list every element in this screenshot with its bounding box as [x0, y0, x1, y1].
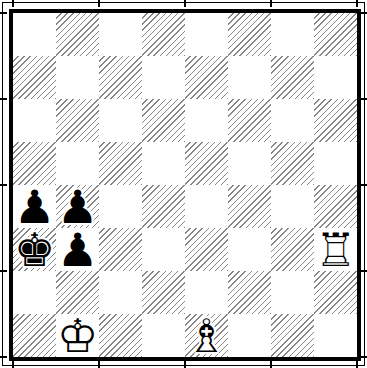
square-e4[interactable]: [185, 185, 228, 228]
frame-tick: [12, 361, 14, 368]
square-d6[interactable]: [142, 99, 185, 142]
square-d5[interactable]: [142, 142, 185, 185]
square-g7[interactable]: [271, 56, 314, 99]
square-g5[interactable]: [271, 142, 314, 185]
square-f1[interactable]: [228, 314, 271, 357]
square-a5[interactable]: [13, 142, 56, 185]
frame-tick: [356, 361, 358, 368]
frame-tick: [0, 12, 7, 14]
square-e7[interactable]: [185, 56, 228, 99]
frame-tick: [270, 0, 272, 7]
square-c6[interactable]: [99, 99, 142, 142]
piece-black-pawn: ♟: [56, 185, 99, 228]
frame-tick: [184, 361, 186, 368]
frame-tick: [98, 361, 100, 368]
square-h1[interactable]: [314, 314, 357, 357]
square-f3[interactable]: [228, 228, 271, 271]
square-b4[interactable]: ♟: [56, 185, 99, 228]
square-g3[interactable]: [271, 228, 314, 271]
frame-tick: [98, 0, 100, 7]
square-e5[interactable]: [185, 142, 228, 185]
square-b7[interactable]: [56, 56, 99, 99]
square-c1[interactable]: [99, 314, 142, 357]
piece-white-king: ♔: [56, 314, 99, 357]
frame-tick: [184, 0, 186, 7]
square-a8[interactable]: [13, 13, 56, 56]
square-g2[interactable]: [271, 271, 314, 314]
chess-board: ♟♟♚♟♖♔♝♗: [13, 13, 357, 357]
square-f4[interactable]: [228, 185, 271, 228]
frame-tick: [360, 356, 367, 358]
square-c3[interactable]: [99, 228, 142, 271]
square-b8[interactable]: [56, 13, 99, 56]
square-e3[interactable]: [185, 228, 228, 271]
square-d7[interactable]: [142, 56, 185, 99]
square-b5[interactable]: [56, 142, 99, 185]
square-e2[interactable]: [185, 271, 228, 314]
piece-white-bishop: ♗: [185, 314, 228, 357]
square-f5[interactable]: [228, 142, 271, 185]
frame-tick: [12, 0, 14, 7]
square-h3[interactable]: ♖: [314, 228, 357, 271]
frame-tick: [356, 0, 358, 7]
square-e1[interactable]: ♝♗: [185, 314, 228, 357]
square-d8[interactable]: [142, 13, 185, 56]
frame-tick: [0, 184, 7, 186]
square-c7[interactable]: [99, 56, 142, 99]
square-e8[interactable]: [185, 13, 228, 56]
square-b3[interactable]: ♟: [56, 228, 99, 271]
square-h4[interactable]: [314, 185, 357, 228]
square-a2[interactable]: [13, 271, 56, 314]
frame-tick: [360, 184, 367, 186]
square-g1[interactable]: [271, 314, 314, 357]
square-a6[interactable]: [13, 99, 56, 142]
square-a3[interactable]: ♚: [13, 228, 56, 271]
piece-black-pawn: ♟: [13, 185, 56, 228]
square-c4[interactable]: [99, 185, 142, 228]
square-f6[interactable]: [228, 99, 271, 142]
square-f7[interactable]: [228, 56, 271, 99]
square-h6[interactable]: [314, 99, 357, 142]
frame-tick: [360, 12, 367, 14]
square-g4[interactable]: [271, 185, 314, 228]
chess-diagram: ♟♟♚♟♖♔♝♗: [0, 0, 367, 368]
frame-tick: [0, 356, 7, 358]
square-a1[interactable]: [13, 314, 56, 357]
square-b2[interactable]: [56, 271, 99, 314]
square-c2[interactable]: [99, 271, 142, 314]
square-b6[interactable]: [56, 99, 99, 142]
square-a4[interactable]: ♟: [13, 185, 56, 228]
square-e6[interactable]: [185, 99, 228, 142]
piece-fill-white-bishop: ♝: [185, 314, 228, 357]
frame-tick: [0, 98, 7, 100]
frame-tick: [270, 361, 272, 368]
square-g8[interactable]: [271, 13, 314, 56]
square-h2[interactable]: [314, 271, 357, 314]
square-d4[interactable]: [142, 185, 185, 228]
square-c8[interactable]: [99, 13, 142, 56]
frame-tick: [360, 98, 367, 100]
frame-tick: [0, 270, 7, 272]
piece-black-king: ♚: [13, 228, 56, 271]
square-h8[interactable]: [314, 13, 357, 56]
square-h7[interactable]: [314, 56, 357, 99]
frame-tick: [360, 270, 367, 272]
square-a7[interactable]: [13, 56, 56, 99]
square-b1[interactable]: ♔: [56, 314, 99, 357]
square-f8[interactable]: [228, 13, 271, 56]
square-h5[interactable]: [314, 142, 357, 185]
square-f2[interactable]: [228, 271, 271, 314]
square-d1[interactable]: [142, 314, 185, 357]
square-d3[interactable]: [142, 228, 185, 271]
piece-white-rook: ♖: [314, 228, 357, 271]
square-c5[interactable]: [99, 142, 142, 185]
square-d2[interactable]: [142, 271, 185, 314]
square-g6[interactable]: [271, 99, 314, 142]
piece-black-pawn: ♟: [56, 228, 99, 271]
